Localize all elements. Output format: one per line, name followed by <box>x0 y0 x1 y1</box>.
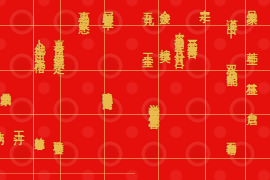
sender-honorific: 愚亲家 <box>0 84 11 87</box>
couplet-right-2: 珠联璧合 <box>53 133 63 137</box>
couplet-left-1: 卜他年白头永偕 <box>34 30 45 58</box>
addressee-open-salute: 台启 <box>246 103 257 107</box>
addressee-honorific: 呈亲家 <box>246 1 257 7</box>
procession-line-1: 届时备彩车、 <box>102 2 113 25</box>
couplet-left-2: 桂馥兰馨 <box>34 129 44 133</box>
date-lunar: 农历辛卯年八月廿八日 <box>174 24 184 54</box>
ceremony-line: 举行洞房花烛之喜 <box>148 95 159 111</box>
date-gregorian: 公元二〇一五年十月二日 <box>187 31 197 42</box>
couplet-right-1: 喜今日赤绳系定 <box>53 30 64 58</box>
grid-line-horizontal <box>0 25 270 26</box>
date-set-on: 定于 <box>199 1 210 7</box>
grid-line-vertical <box>33 0 34 180</box>
procession-line-2: 鸣鞭炮恭迎令媛过门 <box>102 84 112 93</box>
divination-wuxing: 五行和谐 <box>226 134 236 138</box>
acknowledgement: 惠书敬悉 <box>78 2 89 18</box>
groom-name: 王堂 <box>142 44 153 50</box>
grid-line-horizontal <box>0 70 270 71</box>
grid-line-horizontal <box>0 114 270 115</box>
grid-line-vertical <box>60 0 61 180</box>
groom-honorific: 吾儿 <box>142 3 153 9</box>
addressee-mother-name: 林玉 <box>246 74 257 78</box>
sender-closing: 敬约 <box>0 122 4 128</box>
grid-line-vertical <box>205 0 206 180</box>
bride-name: 槐英 <box>159 40 170 46</box>
sender-name: 王汀 <box>13 122 24 128</box>
grid-line-vertical <box>158 0 159 180</box>
wedding-letter-document: 呈亲家 韩生 林玉 台启 谨占卜 双方八字相配 五行和谐 定于 公元二〇一五年十… <box>0 0 270 180</box>
grid-line-horizontal <box>0 158 270 159</box>
divination-intro: 谨占卜 <box>226 10 237 22</box>
grid-line-vertical <box>245 0 246 180</box>
divination-bazi: 双方八字相配 <box>226 56 237 68</box>
bride-honorific: 令嫒 <box>159 1 170 7</box>
grid-line-horizontal <box>0 173 135 174</box>
addressee-father-name: 韩生 <box>246 43 257 47</box>
